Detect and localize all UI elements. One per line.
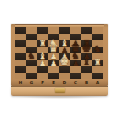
- square-c1: [70, 73, 81, 80]
- square-h1: [15, 73, 26, 80]
- file-label-h: H: [15, 79, 26, 86]
- chess-board: ♜♞♝♟♜♛♟♛♚♞♞♝♟♟♞♟♟♟♚♟♝♜ HGFEDCBA: [11, 24, 108, 86]
- square-f1: [37, 73, 48, 80]
- file-label-f: F: [37, 79, 48, 86]
- square-g1: [26, 73, 37, 80]
- file-label-g: G: [26, 79, 37, 86]
- square-d1: [59, 73, 70, 80]
- square-e1: [48, 73, 59, 80]
- file-label-c: C: [70, 79, 81, 86]
- board-grid: ♜♞♝♟♜♛♟♛♚♞♞♝♟♟♞♟♟♟♚♟♝♜: [15, 27, 103, 79]
- drop-shadow: [14, 95, 106, 99]
- square-a1: [92, 73, 103, 80]
- file-coordinates: HGFEDCBA: [15, 79, 103, 86]
- file-label-a: A: [92, 79, 103, 86]
- chess-set-product-photo: ♜♞♝♟♜♛♟♛♚♞♞♝♟♟♞♟♟♟♚♟♝♜ HGFEDCBA: [0, 0, 120, 120]
- square-b1: [81, 73, 92, 80]
- file-label-d: D: [59, 79, 70, 86]
- file-label-b: B: [81, 79, 92, 86]
- file-label-e: E: [48, 79, 59, 86]
- brass-clasp-icon: [55, 88, 65, 93]
